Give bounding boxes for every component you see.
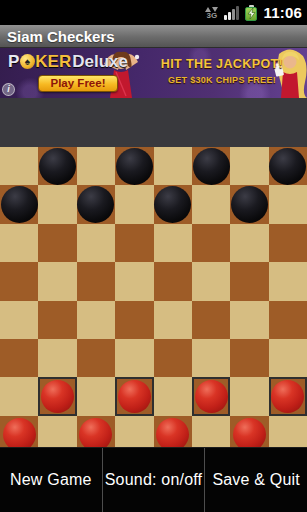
square-f4[interactable]	[192, 301, 230, 339]
app-screen: 3G 11:06 Siam Checkers	[0, 0, 307, 512]
square-f3[interactable]	[192, 339, 230, 377]
signal-strength-icon	[224, 5, 239, 20]
square-e2[interactable]	[154, 377, 192, 415]
square-f7[interactable]	[192, 185, 230, 223]
square-d8[interactable]	[115, 147, 153, 185]
network-3g-icon: 3G	[205, 6, 218, 20]
ad-headline: HIT THE JACKPOT!	[148, 57, 296, 71]
square-a7[interactable]	[0, 185, 38, 223]
network-type-label: 3G	[207, 12, 218, 20]
square-d5[interactable]	[115, 262, 153, 300]
square-e6[interactable]	[154, 224, 192, 262]
battery-charging-icon	[245, 5, 257, 21]
square-f8[interactable]	[192, 147, 230, 185]
square-d7[interactable]	[115, 185, 153, 223]
square-d3[interactable]	[115, 339, 153, 377]
new-game-button[interactable]: New Game	[0, 448, 102, 512]
square-c3[interactable]	[77, 339, 115, 377]
square-e3[interactable]	[154, 339, 192, 377]
save-quit-button[interactable]: Save & Quit	[204, 448, 307, 512]
board	[0, 147, 307, 454]
ad-banner[interactable]: P♠KERDeluxe Play Free! HIT THE JACKPOT! …	[0, 48, 307, 98]
ad-play-free-button[interactable]: Play Free!	[38, 75, 118, 92]
square-g7[interactable]	[230, 185, 268, 223]
square-c7[interactable]	[77, 185, 115, 223]
ad-info-icon[interactable]: i	[2, 83, 15, 96]
square-d4[interactable]	[115, 301, 153, 339]
square-f2[interactable]	[192, 377, 230, 415]
square-h8[interactable]	[269, 147, 307, 185]
square-h7[interactable]	[269, 185, 307, 223]
square-h6[interactable]	[269, 224, 307, 262]
square-c4[interactable]	[77, 301, 115, 339]
options-menu: New Game Sound: on/off Save & Quit	[0, 447, 307, 512]
black-piece[interactable]	[154, 186, 191, 223]
square-h2[interactable]	[269, 377, 307, 415]
red-piece[interactable]	[41, 380, 74, 413]
square-c6[interactable]	[77, 224, 115, 262]
square-b3[interactable]	[38, 339, 76, 377]
square-a3[interactable]	[0, 339, 38, 377]
sound-toggle-button[interactable]: Sound: on/off	[102, 448, 205, 512]
black-piece[interactable]	[193, 148, 230, 185]
square-e7[interactable]	[154, 185, 192, 223]
spade-icon: ♠	[20, 54, 35, 69]
square-h3[interactable]	[269, 339, 307, 377]
square-c5[interactable]	[77, 262, 115, 300]
square-a6[interactable]	[0, 224, 38, 262]
black-piece[interactable]	[269, 148, 306, 185]
square-g5[interactable]	[230, 262, 268, 300]
square-c8[interactable]	[77, 147, 115, 185]
ad-text-block: HIT THE JACKPOT! GET $30K CHIPS FREE!	[148, 57, 296, 85]
square-b2[interactable]	[38, 377, 76, 415]
square-d6[interactable]	[115, 224, 153, 262]
square-g8[interactable]	[230, 147, 268, 185]
square-b6[interactable]	[38, 224, 76, 262]
ad-subheadline: GET $30K CHIPS FREE!	[148, 75, 296, 85]
square-g3[interactable]	[230, 339, 268, 377]
square-h5[interactable]	[269, 262, 307, 300]
black-piece[interactable]	[1, 186, 38, 223]
black-piece[interactable]	[231, 186, 268, 223]
square-a2[interactable]	[0, 377, 38, 415]
square-d2[interactable]	[115, 377, 153, 415]
ad-brand-logo: P♠KERDeluxe	[8, 53, 128, 70]
square-a8[interactable]	[0, 147, 38, 185]
square-b8[interactable]	[38, 147, 76, 185]
square-b5[interactable]	[38, 262, 76, 300]
square-a5[interactable]	[0, 262, 38, 300]
square-f5[interactable]	[192, 262, 230, 300]
black-piece[interactable]	[39, 148, 76, 185]
square-c2[interactable]	[77, 377, 115, 415]
black-piece[interactable]	[116, 148, 153, 185]
clock: 11:06	[263, 4, 302, 21]
square-f6[interactable]	[192, 224, 230, 262]
title-bar: Siam Checkers	[0, 25, 307, 48]
page-title: Siam Checkers	[0, 28, 115, 45]
square-g4[interactable]	[230, 301, 268, 339]
square-e5[interactable]	[154, 262, 192, 300]
red-piece[interactable]	[195, 380, 228, 413]
status-bar: 3G 11:06	[0, 0, 307, 25]
square-b7[interactable]	[38, 185, 76, 223]
black-piece[interactable]	[77, 186, 114, 223]
red-piece[interactable]	[271, 380, 304, 413]
square-g2[interactable]	[230, 377, 268, 415]
square-h4[interactable]	[269, 301, 307, 339]
square-a4[interactable]	[0, 301, 38, 339]
square-g6[interactable]	[230, 224, 268, 262]
square-e8[interactable]	[154, 147, 192, 185]
red-piece[interactable]	[118, 380, 151, 413]
square-e4[interactable]	[154, 301, 192, 339]
square-b4[interactable]	[38, 301, 76, 339]
